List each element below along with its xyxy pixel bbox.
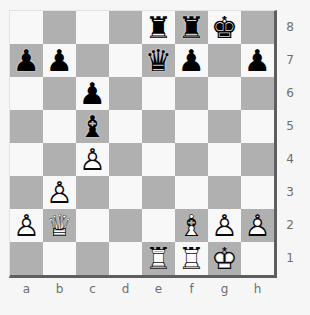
black-pawn: ♟ [175,44,208,77]
square-e2 [142,209,175,242]
black-rook: ♜ [142,11,175,44]
square-e4 [142,143,175,176]
square-e6 [142,77,175,110]
black-bishop: ♝ [76,110,109,143]
black-pawn: ♟ [241,44,274,77]
square-f2: ♝♗ [175,209,208,242]
rank-label-7: 7 [282,43,298,76]
file-label-b: b [43,280,76,298]
square-f4 [175,143,208,176]
square-c4: ♟♙ [76,143,109,176]
square-g3 [208,176,241,209]
file-label-a: a [10,280,43,298]
square-e3 [142,176,175,209]
square-b4 [43,143,76,176]
square-h7: ♟ [241,44,274,77]
square-a5 [10,110,43,143]
black-queen: ♛ [142,44,175,77]
square-a6 [10,77,43,110]
white-bishop: ♝♗ [175,209,208,242]
rank-label-8: 8 [282,10,298,43]
square-c8 [76,11,109,44]
file-label-d: d [109,280,142,298]
white-pawn: ♟♙ [43,176,76,209]
file-label-f: f [175,280,208,298]
black-king: ♚ [208,11,241,44]
square-g1: ♚♔ [208,242,241,275]
square-c6: ♟ [76,77,109,110]
black-pawn: ♟ [76,77,109,110]
square-a3 [10,176,43,209]
rank-label-6: 6 [282,76,298,109]
square-a4 [10,143,43,176]
square-f7: ♟ [175,44,208,77]
rank-label-1: 1 [282,241,298,274]
square-h5 [241,110,274,143]
square-g2: ♟♙ [208,209,241,242]
file-label-h: h [241,280,274,298]
rank-label-5: 5 [282,109,298,142]
square-h8 [241,11,274,44]
square-b3: ♟♙ [43,176,76,209]
white-rook: ♜♖ [142,242,175,275]
square-c1 [76,242,109,275]
square-h3 [241,176,274,209]
square-b1 [43,242,76,275]
square-b5 [43,110,76,143]
square-a7: ♟ [10,44,43,77]
square-g7 [208,44,241,77]
square-h1 [241,242,274,275]
square-e5 [142,110,175,143]
file-coordinates: abcdefgh [10,280,274,298]
square-h6 [241,77,274,110]
square-d2 [109,209,142,242]
square-d4 [109,143,142,176]
black-pawn: ♟ [43,44,76,77]
white-queen: ♛♕ [43,209,76,242]
rank-label-3: 3 [282,175,298,208]
white-pawn: ♟♙ [10,209,43,242]
square-a8 [10,11,43,44]
file-label-g: g [208,280,241,298]
chess-board: ♜♜♚♟♟♛♟♟♟♝♟♙♟♙♟♙♛♕♝♗♟♙♟♙♜♖♜♖♚♔ [9,10,277,278]
square-e1: ♜♖ [142,242,175,275]
black-pawn: ♟ [10,44,43,77]
rank-coordinates: 87654321 [282,10,298,274]
square-f6 [175,77,208,110]
square-f3 [175,176,208,209]
square-h2: ♟♙ [241,209,274,242]
square-d5 [109,110,142,143]
rank-label-2: 2 [282,208,298,241]
square-f1: ♜♖ [175,242,208,275]
square-d8 [109,11,142,44]
square-g5 [208,110,241,143]
square-h4 [241,143,274,176]
square-b6 [43,77,76,110]
square-a2: ♟♙ [10,209,43,242]
square-d1 [109,242,142,275]
chess-diagram: ♜♜♚♟♟♛♟♟♟♝♟♙♟♙♟♙♛♕♝♗♟♙♟♙♜♖♜♖♚♔ 87654321 … [0,0,310,315]
white-king: ♚♔ [208,242,241,275]
square-f8: ♜ [175,11,208,44]
file-label-e: e [142,280,175,298]
square-a1 [10,242,43,275]
square-c2 [76,209,109,242]
black-rook: ♜ [175,11,208,44]
square-b8 [43,11,76,44]
square-b2: ♛♕ [43,209,76,242]
square-e7: ♛ [142,44,175,77]
square-g4 [208,143,241,176]
square-c5: ♝ [76,110,109,143]
white-rook: ♜♖ [175,242,208,275]
square-c7 [76,44,109,77]
white-pawn: ♟♙ [208,209,241,242]
square-f5 [175,110,208,143]
square-c3 [76,176,109,209]
square-g6 [208,77,241,110]
white-pawn: ♟♙ [76,143,109,176]
square-g8: ♚ [208,11,241,44]
square-e8: ♜ [142,11,175,44]
file-label-c: c [76,280,109,298]
square-d6 [109,77,142,110]
square-d3 [109,176,142,209]
rank-label-4: 4 [282,142,298,175]
square-d7 [109,44,142,77]
white-pawn: ♟♙ [241,209,274,242]
square-b7: ♟ [43,44,76,77]
